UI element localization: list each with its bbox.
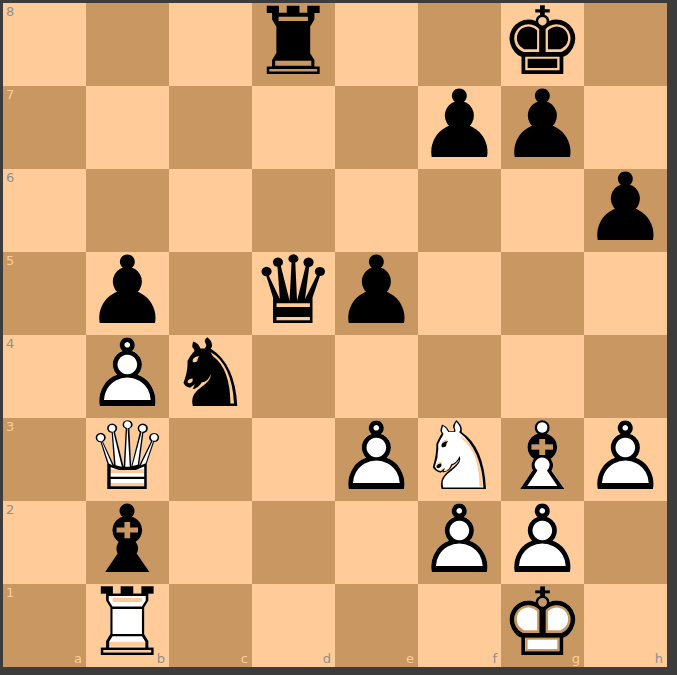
square-a7[interactable]: 7 xyxy=(3,86,86,169)
file-label-f: f xyxy=(492,652,497,665)
piece-black-pawn-g7[interactable]: ♟ xyxy=(501,86,584,169)
black-pawn-icon: ♟ xyxy=(334,244,418,338)
square-e2[interactable] xyxy=(335,501,418,584)
rank-label-7: 7 xyxy=(6,88,14,101)
square-e7[interactable] xyxy=(335,86,418,169)
square-c4[interactable]: ♞ xyxy=(169,335,252,418)
square-a3[interactable]: 3 xyxy=(3,418,86,501)
piece-black-pawn-h6[interactable]: ♟ xyxy=(584,169,667,252)
square-d4[interactable] xyxy=(252,335,335,418)
square-e8[interactable] xyxy=(335,3,418,86)
white-king-outline-icon: ♔ xyxy=(500,576,584,670)
rank-label-3: 3 xyxy=(6,420,14,433)
square-e5[interactable]: ♟ xyxy=(335,252,418,335)
file-label-a: a xyxy=(74,652,82,665)
rank-label-5: 5 xyxy=(6,254,14,267)
white-pawn-outline-icon: ♙ xyxy=(417,493,501,587)
square-g1[interactable]: g♚♔ xyxy=(501,584,584,667)
square-a5[interactable]: 5 xyxy=(3,252,86,335)
piece-black-knight-c4[interactable]: ♞ xyxy=(169,335,252,418)
black-rook-icon: ♜ xyxy=(251,0,335,89)
square-c2[interactable] xyxy=(169,501,252,584)
square-f2[interactable]: ♟♙ xyxy=(418,501,501,584)
piece-white-king-g1[interactable]: ♚♔ xyxy=(501,584,584,667)
piece-white-pawn-h3[interactable]: ♟♙ xyxy=(584,418,667,501)
square-g7[interactable]: ♟ xyxy=(501,86,584,169)
white-pawn-outline-icon: ♙ xyxy=(583,410,667,504)
piece-white-pawn-e3[interactable]: ♟♙ xyxy=(335,418,418,501)
rank-label-1: 1 xyxy=(6,586,14,599)
square-d5[interactable]: ♛ xyxy=(252,252,335,335)
square-e1[interactable]: e xyxy=(335,584,418,667)
square-d3[interactable] xyxy=(252,418,335,501)
black-queen-icon: ♛ xyxy=(251,244,335,338)
piece-black-queen-d5[interactable]: ♛ xyxy=(252,252,335,335)
white-pawn-outline-icon: ♙ xyxy=(334,410,418,504)
rank-label-4: 4 xyxy=(6,337,14,350)
square-f7[interactable]: ♟ xyxy=(418,86,501,169)
rank-label-6: 6 xyxy=(6,171,14,184)
piece-black-pawn-f7[interactable]: ♟ xyxy=(418,86,501,169)
square-h2[interactable] xyxy=(584,501,667,584)
square-h1[interactable]: h xyxy=(584,584,667,667)
square-h3[interactable]: ♟♙ xyxy=(584,418,667,501)
chess-board: 8♜♚7♟♟6♟5♟♛♟4♟♙♞3♛♕♟♙♞♘♝♗♟♙2♝♟♙♟♙1ab♜♖cd… xyxy=(3,3,667,667)
file-label-d: d xyxy=(323,652,331,665)
square-c1[interactable]: c xyxy=(169,584,252,667)
square-a4[interactable]: 4 xyxy=(3,335,86,418)
square-c8[interactable] xyxy=(169,3,252,86)
file-label-c: c xyxy=(241,652,248,665)
square-a8[interactable]: 8 xyxy=(3,3,86,86)
square-b8[interactable] xyxy=(86,3,169,86)
square-d2[interactable] xyxy=(252,501,335,584)
square-e3[interactable]: ♟♙ xyxy=(335,418,418,501)
square-b7[interactable] xyxy=(86,86,169,169)
black-pawn-icon: ♟ xyxy=(583,161,667,255)
file-label-e: e xyxy=(406,652,414,665)
square-h8[interactable] xyxy=(584,3,667,86)
square-f6[interactable] xyxy=(418,169,501,252)
square-h6[interactable]: ♟ xyxy=(584,169,667,252)
square-f5[interactable] xyxy=(418,252,501,335)
black-pawn-icon: ♟ xyxy=(417,78,501,172)
square-b1[interactable]: b♜♖ xyxy=(86,584,169,667)
piece-black-rook-d8[interactable]: ♜ xyxy=(252,3,335,86)
square-d7[interactable] xyxy=(252,86,335,169)
file-label-h: h xyxy=(655,652,663,665)
black-pawn-icon: ♟ xyxy=(500,78,584,172)
piece-white-rook-b1[interactable]: ♜♖ xyxy=(86,584,169,667)
square-h5[interactable] xyxy=(584,252,667,335)
square-a1[interactable]: 1a xyxy=(3,584,86,667)
square-d1[interactable]: d xyxy=(252,584,335,667)
square-f1[interactable]: f xyxy=(418,584,501,667)
square-c7[interactable] xyxy=(169,86,252,169)
square-c6[interactable] xyxy=(169,169,252,252)
piece-black-pawn-e5[interactable]: ♟ xyxy=(335,252,418,335)
rank-label-2: 2 xyxy=(6,503,14,516)
chess-board-frame: 8♜♚7♟♟6♟5♟♛♟4♟♙♞3♛♕♟♙♞♘♝♗♟♙2♝♟♙♟♙1ab♜♖cd… xyxy=(0,0,677,675)
white-rook-outline-icon: ♖ xyxy=(85,576,169,670)
piece-white-pawn-f2[interactable]: ♟♙ xyxy=(418,501,501,584)
square-g6[interactable] xyxy=(501,169,584,252)
square-a6[interactable]: 6 xyxy=(3,169,86,252)
rank-label-8: 8 xyxy=(6,5,14,18)
square-d8[interactable]: ♜ xyxy=(252,3,335,86)
square-g5[interactable] xyxy=(501,252,584,335)
black-knight-icon: ♞ xyxy=(168,327,252,421)
square-c3[interactable] xyxy=(169,418,252,501)
square-a2[interactable]: 2 xyxy=(3,501,86,584)
